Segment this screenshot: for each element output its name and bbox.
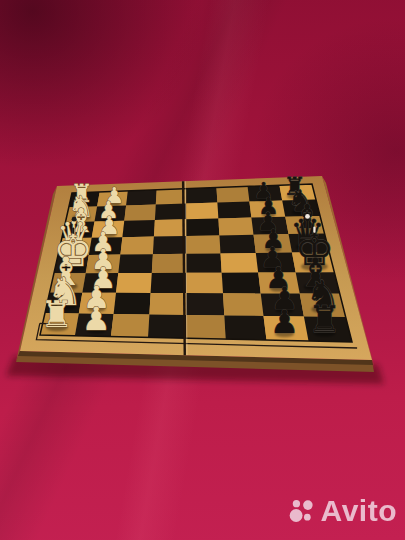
svg-text:♟: ♟ — [82, 300, 111, 338]
square-a3 — [126, 190, 157, 206]
square-g3 — [114, 293, 151, 315]
square-a4 — [156, 189, 186, 205]
svg-text:♜: ♜ — [40, 293, 73, 336]
square-b4 — [155, 204, 186, 221]
svg-text:♜: ♜ — [308, 298, 341, 341]
square-a6 — [217, 186, 250, 202]
square-f6 — [222, 273, 261, 294]
square-e3 — [118, 254, 153, 273]
square-d4 — [153, 236, 186, 254]
square-f5 — [186, 273, 223, 294]
square-e6 — [221, 253, 259, 273]
square-b3 — [124, 205, 156, 221]
square-g6 — [223, 293, 264, 316]
square-h6 — [224, 315, 266, 340]
chessboard: ♜♟♟♜♞♟♟♞♝♟♟♝♛♟♟♛♚♟♟♚♝♟♟♝♞♟♟♞♜♟♟♜ — [0, 0, 405, 540]
square-d5 — [186, 235, 220, 253]
square-b5 — [186, 203, 218, 220]
square-c6 — [218, 218, 253, 236]
square-a5 — [186, 188, 217, 204]
square-f3 — [116, 273, 152, 293]
piece-black-pawn-h7: ♟ — [270, 303, 299, 341]
square-h3 — [111, 314, 149, 338]
piece-black-rook-h8: ♜ — [308, 298, 341, 341]
square-d3 — [120, 237, 153, 255]
square-f4 — [151, 273, 187, 293]
square-c5 — [186, 219, 219, 237]
square-g5 — [186, 293, 224, 315]
square-e5 — [186, 253, 221, 272]
piece-white-rook-h1: ♜ — [40, 293, 73, 336]
piece-white-pawn-h2: ♟ — [82, 300, 111, 338]
square-b6 — [217, 202, 251, 219]
square-h5 — [186, 315, 225, 339]
square-c4 — [154, 219, 186, 236]
hinge-seam — [183, 181, 185, 355]
svg-text:♟: ♟ — [270, 303, 299, 341]
listing-photo: ♜♟♟♜♞♟♟♞♝♟♟♝♛♟♟♛♚♟♟♚♝♟♟♝♞♟♟♞♜♟♟♜ Avito — [0, 0, 405, 540]
square-h4 — [148, 314, 186, 338]
square-e4 — [152, 254, 187, 273]
square-d6 — [219, 235, 255, 254]
square-g4 — [149, 293, 186, 315]
square-c3 — [122, 220, 154, 237]
